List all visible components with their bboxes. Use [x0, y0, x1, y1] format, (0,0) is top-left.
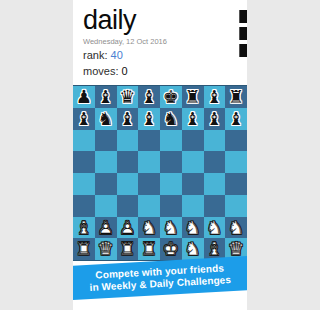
square-e1[interactable]: ♚♔	[160, 238, 182, 260]
square-e6[interactable]	[160, 130, 182, 152]
square-b7[interactable]: ♞	[95, 108, 117, 130]
rank-value: 40	[111, 49, 123, 61]
moves-line: moves: 0	[83, 65, 229, 78]
white-pawn-piece: ♟♙	[117, 217, 139, 239]
square-f7[interactable]: ♝	[182, 108, 204, 130]
square-a4[interactable]	[73, 173, 95, 195]
square-c1[interactable]: ♜♖	[117, 238, 139, 260]
square-g3[interactable]	[204, 195, 226, 217]
square-a6[interactable]	[73, 130, 95, 152]
square-e3[interactable]	[160, 195, 182, 217]
moves-label: moves:	[83, 65, 118, 77]
square-h8[interactable]: ♜	[225, 86, 247, 108]
square-g2[interactable]: ♞♘	[204, 217, 226, 239]
square-f4[interactable]	[182, 173, 204, 195]
square-a5[interactable]	[73, 151, 95, 173]
white-rook-piece: ♜♖	[138, 238, 160, 260]
menu-bar	[239, 10, 247, 23]
app-screen: daily Wednesday, 12 Oct 2016 rank: 40 mo…	[73, 0, 247, 310]
square-e2[interactable]: ♞♘	[160, 217, 182, 239]
square-b4[interactable]	[95, 173, 117, 195]
white-knight-piece: ♞♘	[225, 217, 247, 239]
square-c2[interactable]: ♟♙	[117, 217, 139, 239]
black-pawn-piece: ♟	[73, 86, 95, 108]
square-d8[interactable]: ♝	[138, 86, 160, 108]
square-b8[interactable]: ♝	[95, 86, 117, 108]
square-d7[interactable]: ♝	[138, 108, 160, 130]
header: daily Wednesday, 12 Oct 2016 rank: 40 mo…	[83, 4, 229, 78]
white-knight-piece: ♞♘	[182, 217, 204, 239]
square-b5[interactable]	[95, 151, 117, 173]
page-title: daily	[83, 4, 229, 36]
square-f5[interactable]	[182, 151, 204, 173]
white-rook-piece: ♜♖	[117, 238, 139, 260]
menu-bar	[239, 27, 247, 40]
square-f3[interactable]	[182, 195, 204, 217]
black-king-piece: ♚	[160, 86, 182, 108]
square-d4[interactable]	[138, 173, 160, 195]
white-knight-piece: ♞♘	[182, 238, 204, 260]
square-b1[interactable]: ♛♕	[95, 238, 117, 260]
square-c6[interactable]	[117, 130, 139, 152]
black-bishop-piece: ♝	[95, 86, 117, 108]
square-a2[interactable]: ♝♗	[73, 217, 95, 239]
square-h2[interactable]: ♞♘	[225, 217, 247, 239]
square-g7[interactable]: ♝	[204, 108, 226, 130]
square-b3[interactable]	[95, 195, 117, 217]
square-a3[interactable]	[73, 195, 95, 217]
square-h5[interactable]	[225, 151, 247, 173]
white-knight-piece: ♞♘	[160, 217, 182, 239]
white-knight-piece: ♞♘	[204, 217, 226, 239]
white-rook-piece: ♜♖	[73, 238, 95, 260]
square-a7[interactable]: ♝	[73, 108, 95, 130]
square-d2[interactable]: ♞♘	[138, 217, 160, 239]
black-bishop-piece: ♝	[225, 108, 247, 130]
rank-label: rank:	[83, 49, 107, 61]
square-g8[interactable]: ♝	[204, 86, 226, 108]
black-bishop-piece: ♝	[204, 86, 226, 108]
square-h4[interactable]	[225, 173, 247, 195]
chess-board[interactable]: ♟♝♛♝♚♜♝♜♝♞♝♝♞♝♝♝♝♗♟♙♟♙♞♘♞♘♞♘♞♘♞♘♜♖♛♕♜♖♜♖…	[73, 85, 247, 261]
challenge-date: Wednesday, 12 Oct 2016	[83, 37, 229, 46]
square-c4[interactable]	[117, 173, 139, 195]
black-queen-piece: ♛	[117, 86, 139, 108]
square-h7[interactable]: ♝	[225, 108, 247, 130]
black-knight-piece: ♞	[160, 108, 182, 130]
square-c8[interactable]: ♛	[117, 86, 139, 108]
black-rook-piece: ♜	[182, 86, 204, 108]
black-rook-piece: ♜	[225, 86, 247, 108]
square-e8[interactable]: ♚	[160, 86, 182, 108]
menu-bar	[239, 44, 247, 57]
white-queen-piece: ♛♕	[95, 238, 117, 260]
square-f2[interactable]: ♞♘	[182, 217, 204, 239]
promo-banner[interactable]: Compete with your friends in Weekly & Da…	[73, 256, 247, 300]
black-bishop-piece: ♝	[204, 108, 226, 130]
white-knight-piece: ♞♘	[138, 217, 160, 239]
square-b2[interactable]: ♟♙	[95, 217, 117, 239]
rank-line: rank: 40	[83, 49, 229, 62]
square-g6[interactable]	[204, 130, 226, 152]
square-g5[interactable]	[204, 151, 226, 173]
square-d6[interactable]	[138, 130, 160, 152]
moves-value: 0	[122, 65, 128, 77]
square-c7[interactable]: ♝	[117, 108, 139, 130]
black-bishop-piece: ♝	[73, 108, 95, 130]
black-bishop-piece: ♝	[138, 86, 160, 108]
black-bishop-piece: ♝	[138, 108, 160, 130]
square-e5[interactable]	[160, 151, 182, 173]
square-e4[interactable]	[160, 173, 182, 195]
black-knight-piece: ♞	[95, 108, 117, 130]
square-a1[interactable]: ♜♖	[73, 238, 95, 260]
black-bishop-piece: ♝	[182, 108, 204, 130]
white-pawn-piece: ♟♙	[95, 217, 117, 239]
square-f8[interactable]: ♜	[182, 86, 204, 108]
square-f6[interactable]	[182, 130, 204, 152]
square-f1[interactable]: ♞♘	[182, 238, 204, 260]
square-c5[interactable]	[117, 151, 139, 173]
square-g4[interactable]	[204, 173, 226, 195]
square-h6[interactable]	[225, 130, 247, 152]
black-bishop-piece: ♝	[117, 108, 139, 130]
hamburger-menu-icon[interactable]	[239, 10, 247, 61]
square-a8[interactable]: ♟	[73, 86, 95, 108]
square-b6[interactable]	[95, 130, 117, 152]
white-bishop-piece: ♝♗	[73, 217, 95, 239]
square-e7[interactable]: ♞	[160, 108, 182, 130]
square-d5[interactable]	[138, 151, 160, 173]
square-h3[interactable]	[225, 195, 247, 217]
white-king-piece: ♚♔	[160, 238, 182, 260]
square-c3[interactable]	[117, 195, 139, 217]
square-d1[interactable]: ♜♖	[138, 238, 160, 260]
square-d3[interactable]	[138, 195, 160, 217]
